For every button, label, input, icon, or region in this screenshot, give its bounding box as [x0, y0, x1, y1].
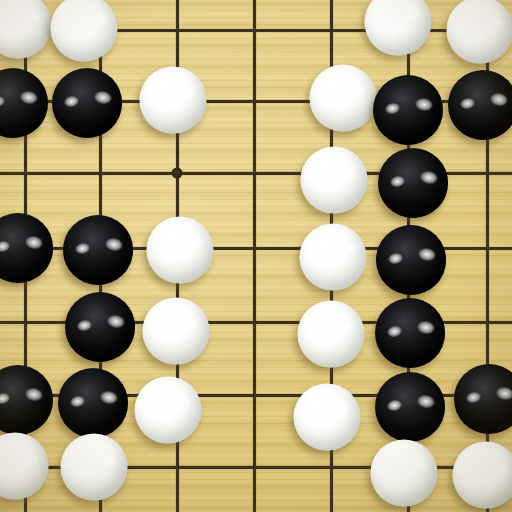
- white-stone[interactable]: [294, 384, 361, 451]
- white-stone[interactable]: [301, 147, 368, 214]
- white-stone[interactable]: [135, 377, 202, 444]
- star-point-hoshi: [172, 168, 183, 179]
- black-stone[interactable]: [378, 148, 448, 218]
- white-stone[interactable]: [140, 67, 207, 134]
- black-stone[interactable]: [373, 75, 443, 145]
- black-stone[interactable]: [448, 70, 512, 140]
- white-stone[interactable]: [298, 301, 365, 368]
- white-stone[interactable]: [143, 298, 210, 365]
- black-stone[interactable]: [375, 372, 445, 442]
- white-stone[interactable]: [447, 0, 512, 64]
- white-stone[interactable]: [310, 65, 377, 132]
- black-stone[interactable]: [58, 368, 128, 438]
- black-stone[interactable]: [375, 298, 445, 368]
- grid-line-vertical: [253, 0, 256, 512]
- black-stone[interactable]: [52, 68, 122, 138]
- white-stone[interactable]: [61, 434, 128, 501]
- black-stone[interactable]: [376, 225, 446, 295]
- white-stone[interactable]: [147, 217, 214, 284]
- black-stone[interactable]: [65, 292, 135, 362]
- go-board[interactable]: [0, 0, 512, 512]
- white-stone[interactable]: [453, 442, 512, 509]
- black-stone[interactable]: [63, 215, 133, 285]
- white-stone[interactable]: [371, 440, 438, 507]
- white-stone[interactable]: [300, 224, 367, 291]
